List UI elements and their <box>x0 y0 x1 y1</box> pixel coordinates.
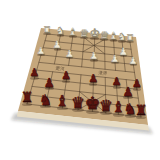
piece-white-soldier[interactable]: ♟ <box>65 49 75 59</box>
piece-white-soldier[interactable]: ♟ <box>110 54 120 64</box>
piece-red-soldier[interactable]: ♟ <box>111 77 122 88</box>
piece-red-chariot[interactable]: ♜ <box>20 91 34 105</box>
piece-white-advisor[interactable]: ♛ <box>79 28 90 39</box>
piece-white-soldier[interactable]: ♟ <box>36 46 46 56</box>
piece-white-cannon[interactable]: ♟ <box>53 40 63 50</box>
piece-white-soldier[interactable]: ♟ <box>89 51 99 61</box>
piece-red-soldier[interactable]: ♟ <box>61 71 72 82</box>
piece-white-chariot[interactable]: ♜ <box>42 25 51 34</box>
piece-red-chariot[interactable]: ♜ <box>134 104 148 118</box>
piece-red-cannon[interactable]: ♟ <box>122 86 134 98</box>
pieces-layer: ♜♞♝♛♚♛♝♞♜♟♟♟♟♟♟♟♟♟♟♟♟♟♟♜♞♝♛♚♛♝♞♜ <box>0 0 160 160</box>
piece-red-horse[interactable]: ♞ <box>38 93 53 108</box>
piece-red-soldier[interactable]: ♟ <box>88 74 99 85</box>
piece-red-cannon[interactable]: ♟ <box>43 77 55 89</box>
piece-white-soldier[interactable]: ♟ <box>129 56 139 66</box>
piece-white-elephant[interactable]: ♝ <box>68 27 78 37</box>
piece-white-cannon[interactable]: ♟ <box>119 47 129 57</box>
piece-red-soldier[interactable]: ♟ <box>29 68 40 79</box>
piece-white-horse[interactable]: ♞ <box>56 26 66 36</box>
xiangqi-photo-scene: 楚河漢界 ♜♞♝♛♚♛♝♞♜♟♟♟♟♟♟♟♟♟♟♟♟♟♟♜♞♝♛♚♛♝♞♜ <box>0 0 160 160</box>
piece-red-elephant[interactable]: ♝ <box>55 94 70 109</box>
piece-white-chariot[interactable]: ♜ <box>125 33 134 42</box>
